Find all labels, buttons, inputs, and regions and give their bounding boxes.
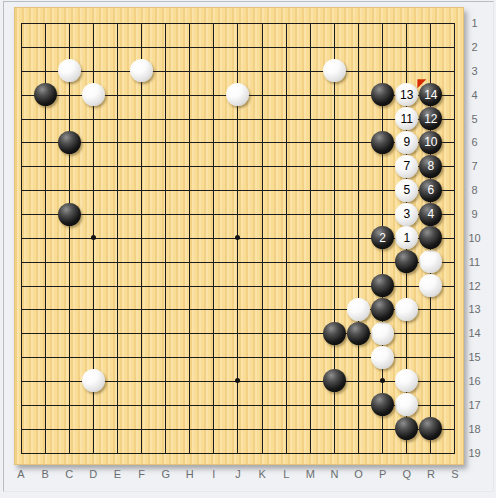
row-label: 1	[471, 18, 477, 29]
star-point	[235, 235, 240, 240]
row-label: 2	[471, 42, 477, 53]
column-label: B	[41, 468, 48, 479]
column-label: J	[235, 468, 241, 479]
grid-line-vertical	[454, 23, 455, 453]
grid-line-horizontal	[21, 453, 456, 454]
row-label: 16	[468, 375, 480, 386]
stone-black-P12[interactable]	[371, 274, 394, 297]
grid-line-horizontal	[21, 262, 456, 263]
row-label: 17	[468, 399, 480, 410]
move-number: 13	[400, 89, 413, 101]
stone-black-R8[interactable]: 6	[419, 179, 442, 202]
column-label: P	[379, 468, 386, 479]
row-label: 5	[471, 113, 477, 124]
stone-black-P4[interactable]	[371, 83, 394, 106]
stone-black-R4[interactable]: 14	[419, 83, 442, 106]
column-label: G	[161, 468, 170, 479]
stone-black-C6[interactable]	[58, 131, 81, 154]
column-label: A	[17, 468, 24, 479]
column-label: I	[212, 468, 215, 479]
stone-white-Q16[interactable]	[395, 369, 418, 392]
stone-black-R18[interactable]	[419, 417, 442, 440]
board-layer: ABCDEFGHIJKLMNOPQRS123456789101112131415…	[0, 0, 496, 498]
column-label: L	[283, 468, 289, 479]
column-label: R	[427, 468, 435, 479]
stone-white-D16[interactable]	[82, 369, 105, 392]
stone-white-P15[interactable]	[371, 346, 394, 369]
move-number: 8	[428, 160, 435, 172]
row-label: 10	[468, 232, 480, 243]
stone-white-F3[interactable]	[130, 59, 153, 82]
stone-black-Q18[interactable]	[395, 417, 418, 440]
grid-line-vertical	[310, 23, 311, 453]
column-label: H	[186, 468, 194, 479]
move-number: 6	[428, 184, 435, 196]
move-number: 5	[403, 184, 410, 196]
move-number: 14	[424, 89, 437, 101]
stone-white-O13[interactable]	[347, 298, 370, 321]
move-number: 1	[403, 232, 410, 244]
move-number: 3	[403, 208, 410, 220]
column-label: M	[306, 468, 315, 479]
row-label: 14	[468, 328, 480, 339]
column-label: C	[65, 468, 73, 479]
stone-black-P17[interactable]	[371, 393, 394, 416]
row-label: 4	[471, 89, 477, 100]
row-label: 11	[469, 256, 480, 267]
stone-black-P10[interactable]: 2	[371, 226, 394, 249]
stone-white-P14[interactable]	[371, 322, 394, 345]
star-point	[235, 378, 240, 383]
stone-black-N14[interactable]	[323, 322, 346, 345]
row-label: 9	[471, 209, 477, 220]
move-number: 9	[403, 136, 410, 148]
stone-white-Q5[interactable]: 11	[395, 107, 418, 130]
stone-black-R5[interactable]: 12	[419, 107, 442, 130]
grid-line-horizontal	[21, 429, 456, 430]
row-label: 15	[468, 352, 480, 363]
stone-white-Q17[interactable]	[395, 393, 418, 416]
stone-black-Q11[interactable]	[395, 250, 418, 273]
grid-line-vertical	[286, 23, 287, 453]
stone-black-O14[interactable]	[347, 322, 370, 345]
row-label: 7	[471, 161, 477, 172]
move-number: 12	[424, 113, 437, 125]
move-number: 2	[379, 232, 386, 244]
star-point	[91, 235, 96, 240]
column-label: K	[258, 468, 265, 479]
stone-black-P6[interactable]	[371, 131, 394, 154]
grid-line-vertical	[358, 23, 359, 453]
stone-white-C3[interactable]	[58, 59, 81, 82]
grid-line-vertical	[262, 23, 263, 453]
stone-black-R10[interactable]	[419, 226, 442, 249]
column-label: D	[89, 468, 97, 479]
stone-white-Q8[interactable]: 5	[395, 179, 418, 202]
column-label: E	[114, 468, 121, 479]
move-number: 11	[401, 113, 413, 125]
stone-white-Q4[interactable]: 13	[395, 83, 418, 106]
stone-black-C9[interactable]	[58, 203, 81, 226]
column-label: Q	[402, 468, 411, 479]
move-number: 4	[428, 208, 435, 220]
column-label: F	[138, 468, 145, 479]
stone-black-B4[interactable]	[34, 83, 57, 106]
stone-white-Q9[interactable]: 3	[395, 203, 418, 226]
stone-white-J4[interactable]	[226, 83, 249, 106]
stone-white-R12[interactable]	[419, 274, 442, 297]
column-label: N	[330, 468, 338, 479]
row-label: 3	[471, 65, 477, 76]
stone-black-R9[interactable]: 4	[419, 203, 442, 226]
stone-white-Q6[interactable]: 9	[395, 131, 418, 154]
row-label: 18	[468, 423, 480, 434]
stone-white-N3[interactable]	[323, 59, 346, 82]
move-number: 10	[424, 136, 437, 148]
stone-black-R6[interactable]: 10	[419, 131, 442, 154]
stone-white-D4[interactable]	[82, 83, 105, 106]
stone-black-N16[interactable]	[323, 369, 346, 392]
stone-white-Q7[interactable]: 7	[395, 155, 418, 178]
column-label: S	[451, 468, 458, 479]
row-label: 6	[471, 137, 477, 148]
star-point	[380, 378, 385, 383]
move-number: 7	[403, 160, 410, 172]
stone-black-P13[interactable]	[371, 298, 394, 321]
go-board-widget: ABCDEFGHIJKLMNOPQRS123456789101112131415…	[0, 0, 496, 498]
stone-black-R7[interactable]: 8	[419, 155, 442, 178]
stone-white-R11[interactable]	[419, 250, 442, 273]
stone-white-Q10[interactable]: 1	[395, 226, 418, 249]
row-label: 12	[468, 280, 480, 291]
row-label: 13	[468, 304, 480, 315]
column-label: O	[354, 468, 363, 479]
row-label: 8	[471, 185, 477, 196]
row-label: 19	[468, 447, 480, 458]
stone-white-Q13[interactable]	[395, 298, 418, 321]
